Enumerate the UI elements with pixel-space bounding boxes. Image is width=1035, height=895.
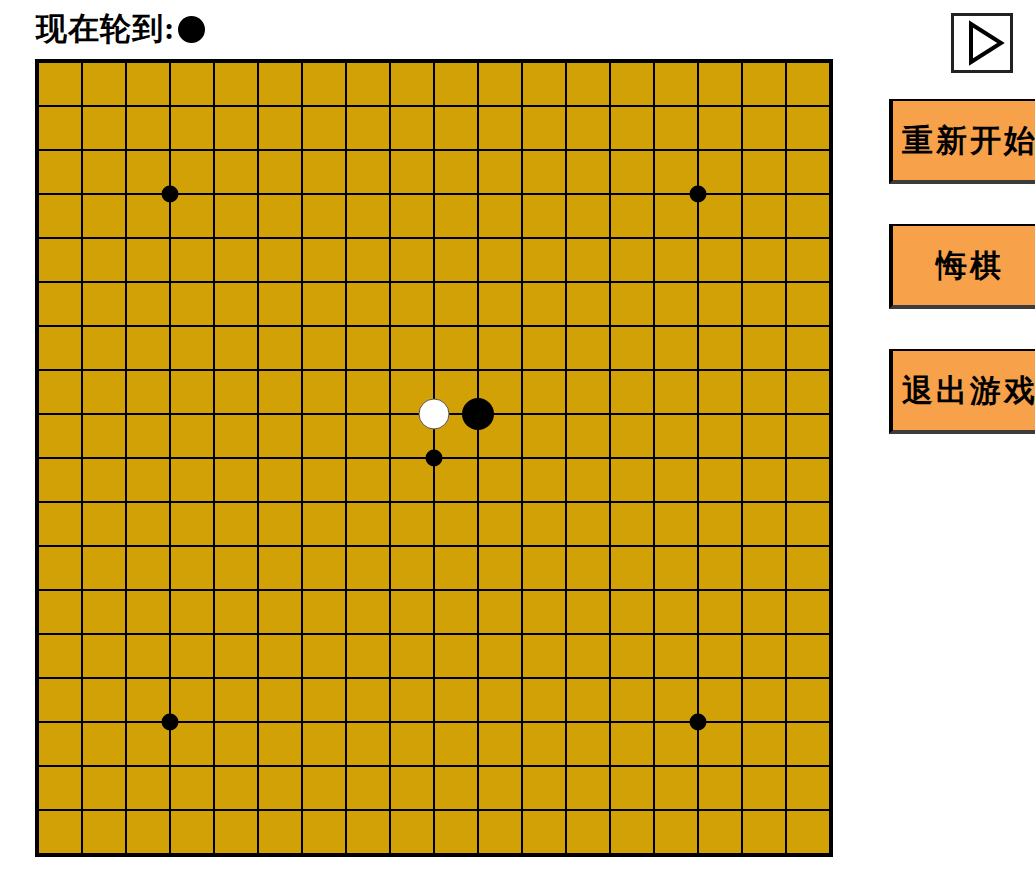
- undo-button[interactable]: 悔棋: [889, 224, 1035, 309]
- star-point: [690, 714, 707, 731]
- quit-button-label: 退出游戏: [902, 370, 1035, 412]
- play-button[interactable]: [951, 13, 1013, 73]
- turn-label: 现在轮到:: [36, 8, 175, 50]
- black-stone: [462, 398, 494, 430]
- star-point: [162, 714, 179, 731]
- go-board[interactable]: [35, 59, 833, 857]
- black-stone-icon: [178, 16, 205, 43]
- play-icon: [956, 18, 1008, 68]
- restart-button[interactable]: 重新开始: [889, 99, 1035, 184]
- undo-button-label: 悔棋: [936, 245, 1004, 287]
- quit-button[interactable]: 退出游戏: [889, 349, 1035, 434]
- star-point: [690, 186, 707, 203]
- stones-layer: [38, 62, 830, 854]
- star-point: [426, 450, 443, 467]
- white-stone: [419, 399, 450, 430]
- turn-indicator: 现在轮到:: [36, 8, 205, 50]
- restart-button-label: 重新开始: [902, 120, 1035, 162]
- star-point: [162, 186, 179, 203]
